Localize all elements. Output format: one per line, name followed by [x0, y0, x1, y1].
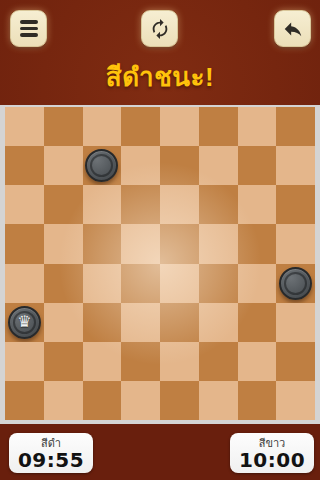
board-square[interactable]	[199, 381, 238, 420]
board-square[interactable]	[238, 224, 277, 263]
board-square[interactable]	[83, 264, 122, 303]
refresh-icon	[149, 18, 171, 40]
board-square[interactable]	[199, 264, 238, 303]
board-square[interactable]	[44, 303, 83, 342]
board-square[interactable]	[121, 264, 160, 303]
top-toolbar: สีดำชนะ!	[0, 0, 320, 105]
board-square[interactable]	[83, 224, 122, 263]
board-square[interactable]	[44, 342, 83, 381]
board-square[interactable]	[199, 107, 238, 146]
black-man-piece[interactable]	[85, 149, 118, 182]
board-square[interactable]	[276, 342, 315, 381]
board-square[interactable]	[121, 381, 160, 420]
black-clock-time: 09:55	[18, 450, 84, 470]
board-square[interactable]	[5, 185, 44, 224]
board-square[interactable]	[276, 224, 315, 263]
board-square[interactable]	[276, 107, 315, 146]
board-square[interactable]	[160, 107, 199, 146]
back-button[interactable]	[274, 10, 311, 47]
app-screen: สีดำชนะ! ♛ สีดำ 09:55 สีขาว 10:00	[0, 0, 320, 480]
board-frame: ♛	[0, 105, 320, 424]
board-square[interactable]	[238, 107, 277, 146]
board-square[interactable]	[5, 264, 44, 303]
board-square[interactable]	[160, 342, 199, 381]
board-square[interactable]	[121, 146, 160, 185]
board-square[interactable]	[276, 185, 315, 224]
board-square[interactable]	[44, 107, 83, 146]
board-square[interactable]	[276, 303, 315, 342]
board-square[interactable]	[160, 185, 199, 224]
board-square[interactable]	[5, 224, 44, 263]
crown-icon: ♛	[10, 308, 39, 337]
board-square[interactable]	[160, 146, 199, 185]
board-square[interactable]	[238, 342, 277, 381]
back-arrow-icon	[282, 18, 304, 40]
menu-button[interactable]	[10, 10, 47, 47]
board-square[interactable]	[160, 264, 199, 303]
board-square[interactable]	[5, 342, 44, 381]
board-square[interactable]	[238, 303, 277, 342]
board-square[interactable]	[83, 185, 122, 224]
black-clock: สีดำ 09:55	[9, 433, 93, 473]
board-square[interactable]	[44, 381, 83, 420]
board-square[interactable]	[276, 264, 315, 303]
board-square[interactable]	[44, 185, 83, 224]
board-square[interactable]	[5, 381, 44, 420]
board-square[interactable]	[83, 342, 122, 381]
board-square[interactable]	[276, 381, 315, 420]
white-clock-time: 10:00	[239, 450, 305, 470]
hamburger-menu-icon	[20, 20, 38, 36]
piece-ring	[90, 154, 113, 177]
board-square[interactable]	[276, 146, 315, 185]
board-square[interactable]	[121, 342, 160, 381]
restart-button[interactable]	[141, 10, 178, 47]
status-message: สีดำชนะ!	[0, 56, 320, 97]
board-square[interactable]	[121, 185, 160, 224]
board-square[interactable]	[44, 224, 83, 263]
board-square[interactable]	[5, 107, 44, 146]
board-square[interactable]	[121, 303, 160, 342]
board-square[interactable]	[83, 381, 122, 420]
board-square[interactable]	[160, 303, 199, 342]
board-square[interactable]	[199, 303, 238, 342]
clock-bar: สีดำ 09:55 สีขาว 10:00	[0, 424, 320, 480]
black-man-piece[interactable]	[279, 267, 312, 300]
board-square[interactable]	[160, 224, 199, 263]
white-clock: สีขาว 10:00	[230, 433, 314, 473]
piece-ring	[284, 272, 307, 295]
board-square[interactable]	[83, 146, 122, 185]
board-square[interactable]	[199, 185, 238, 224]
board-square[interactable]	[44, 264, 83, 303]
board-square[interactable]	[199, 342, 238, 381]
board-square[interactable]	[44, 146, 83, 185]
board-square[interactable]	[121, 224, 160, 263]
board-square[interactable]	[199, 146, 238, 185]
board-square[interactable]	[199, 224, 238, 263]
board-square[interactable]	[238, 146, 277, 185]
board-square[interactable]	[83, 303, 122, 342]
board: ♛	[5, 107, 315, 420]
board-square[interactable]	[238, 185, 277, 224]
black-king-piece[interactable]: ♛	[8, 306, 41, 339]
board-square[interactable]	[160, 381, 199, 420]
board-square[interactable]	[83, 107, 122, 146]
board-square[interactable]	[238, 264, 277, 303]
board-square[interactable]: ♛	[5, 303, 44, 342]
board-square[interactable]	[238, 381, 277, 420]
board-square[interactable]	[5, 146, 44, 185]
board-square[interactable]	[121, 107, 160, 146]
